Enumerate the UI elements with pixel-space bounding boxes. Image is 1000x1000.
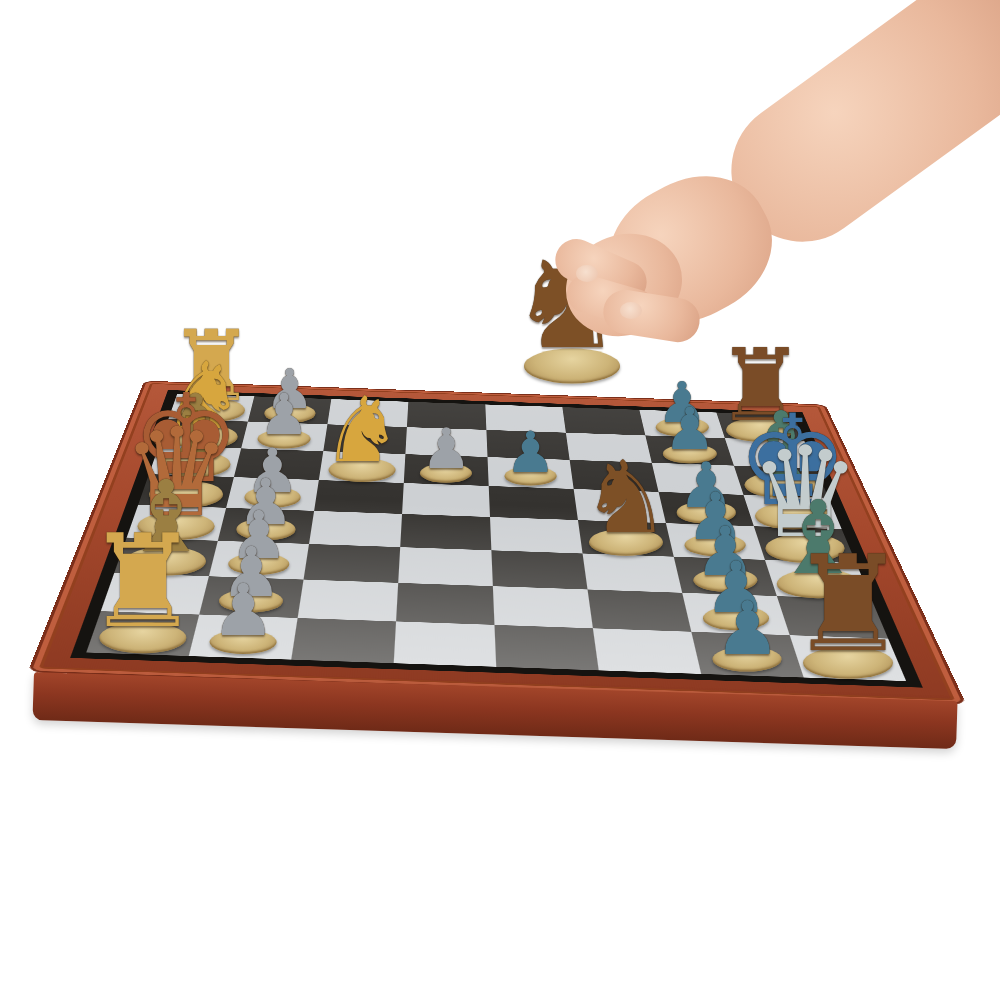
board-frame [32,382,963,704]
square-h7[interactable] [639,410,724,438]
square-h4[interactable] [407,402,486,430]
square-d1[interactable] [127,505,227,541]
square-e4[interactable] [402,483,490,517]
square-f6[interactable] [570,460,659,492]
thumbnail [620,302,642,319]
square-b6[interactable] [588,589,692,631]
square-a1[interactable] [86,611,199,656]
square-f4[interactable] [404,454,489,486]
square-h6[interactable] [562,407,645,435]
square-e7[interactable] [659,492,754,526]
square-g2[interactable] [241,422,327,452]
square-h1[interactable] [168,394,254,422]
square-b4[interactable] [396,583,494,625]
square-h5[interactable] [485,404,566,432]
square-e1[interactable] [138,474,234,508]
square-g5[interactable] [486,430,569,460]
square-d7[interactable] [666,523,765,560]
square-c2[interactable] [209,541,309,580]
square-e8[interactable] [744,495,842,529]
square-d5[interactable] [490,517,583,553]
square-b2[interactable] [199,576,303,618]
square-b5[interactable] [493,586,593,628]
square-g7[interactable] [645,435,734,465]
square-h8[interactable] [716,413,804,441]
square-c3[interactable] [304,544,401,583]
square-e5[interactable] [489,486,578,520]
square-d6[interactable] [578,520,674,557]
square-g4[interactable] [405,427,487,457]
square-g8[interactable] [725,438,816,468]
square-a6[interactable] [593,628,701,674]
square-e2[interactable] [226,477,319,511]
square-d3[interactable] [309,511,402,547]
square-d4[interactable] [400,514,491,550]
square-d8[interactable] [754,526,856,563]
square-c1[interactable] [114,538,218,577]
square-b1[interactable] [101,573,209,615]
square-b8[interactable] [777,596,888,639]
fingernail [576,265,598,282]
square-a2[interactable] [189,615,298,660]
square-g6[interactable] [566,433,652,463]
square-a3[interactable] [291,618,396,663]
square-a4[interactable] [394,621,496,666]
square-f5[interactable] [488,457,574,489]
square-h3[interactable] [327,399,408,427]
scene: ♜♜♞♝♝♛♚♟♟♟♟♟♟♟♟♞♜♜♝♝♛♚♟♟♟♟♟♟♟♟♞ ♞ [0,0,1000,1000]
square-a5[interactable] [494,625,598,670]
square-b3[interactable] [298,580,399,622]
square-g1[interactable] [159,419,248,449]
square-f8[interactable] [734,466,829,498]
square-h2[interactable] [248,396,331,424]
square-b7[interactable] [682,593,790,635]
square-a7[interactable] [691,632,803,678]
square-c5[interactable] [491,550,587,589]
square-d2[interactable] [218,508,314,544]
square-f3[interactable] [319,451,406,483]
square-c7[interactable] [674,557,777,596]
square-f1[interactable] [149,446,241,478]
square-e3[interactable] [314,480,404,514]
square-g3[interactable] [323,424,407,454]
square-e6[interactable] [574,489,666,523]
square-c6[interactable] [583,553,683,592]
square-f7[interactable] [652,463,744,495]
square-c8[interactable] [765,560,872,600]
square-f2[interactable] [234,448,323,480]
checker-squares [70,390,923,688]
square-a8[interactable] [790,635,906,681]
chess-board [32,382,963,704]
square-c4[interactable] [398,547,493,586]
